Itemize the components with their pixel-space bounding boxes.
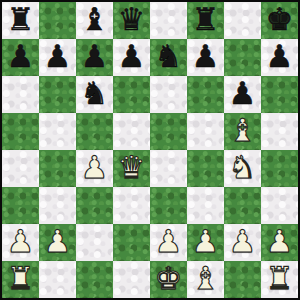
square-d3[interactable]: [113, 187, 150, 224]
square-a2[interactable]: ♟: [2, 224, 39, 261]
square-g8[interactable]: [224, 2, 261, 39]
square-a6[interactable]: [2, 76, 39, 113]
white-rook[interactable]: ♜: [266, 263, 294, 294]
square-f1[interactable]: ♝: [187, 261, 224, 298]
square-f6[interactable]: [187, 76, 224, 113]
square-d7[interactable]: ♟: [113, 39, 150, 76]
square-f3[interactable]: [187, 187, 224, 224]
square-b2[interactable]: ♟: [39, 224, 76, 261]
square-h4[interactable]: [261, 150, 298, 187]
white-pawn[interactable]: ♟: [81, 152, 109, 183]
square-b1[interactable]: [39, 261, 76, 298]
square-g4[interactable]: ♞: [224, 150, 261, 187]
black-pawn[interactable]: ♟: [266, 41, 294, 72]
square-g7[interactable]: [224, 39, 261, 76]
square-h8[interactable]: ♚: [261, 2, 298, 39]
square-g3[interactable]: [224, 187, 261, 224]
square-g2[interactable]: ♟: [224, 224, 261, 261]
square-d5[interactable]: [113, 113, 150, 150]
square-b4[interactable]: [39, 150, 76, 187]
square-a3[interactable]: [2, 187, 39, 224]
square-a4[interactable]: [2, 150, 39, 187]
white-queen[interactable]: ♛: [118, 152, 146, 183]
square-g1[interactable]: [224, 261, 261, 298]
black-pawn[interactable]: ♟: [192, 41, 220, 72]
square-c3[interactable]: [76, 187, 113, 224]
square-h7[interactable]: ♟: [261, 39, 298, 76]
black-pawn[interactable]: ♟: [118, 41, 146, 72]
white-pawn[interactable]: ♟: [7, 226, 35, 257]
white-pawn[interactable]: ♟: [44, 226, 72, 257]
black-king[interactable]: ♚: [266, 4, 294, 35]
white-pawn[interactable]: ♟: [229, 226, 257, 257]
black-knight[interactable]: ♞: [155, 41, 183, 72]
square-h1[interactable]: ♜: [261, 261, 298, 298]
black-pawn[interactable]: ♟: [44, 41, 72, 72]
square-h3[interactable]: [261, 187, 298, 224]
square-e4[interactable]: [150, 150, 187, 187]
square-e8[interactable]: [150, 2, 187, 39]
square-c8[interactable]: ♝: [76, 2, 113, 39]
square-c1[interactable]: [76, 261, 113, 298]
square-b7[interactable]: ♟: [39, 39, 76, 76]
square-e3[interactable]: [150, 187, 187, 224]
square-a5[interactable]: [2, 113, 39, 150]
white-knight[interactable]: ♞: [229, 152, 257, 183]
square-f7[interactable]: ♟: [187, 39, 224, 76]
square-e5[interactable]: [150, 113, 187, 150]
square-e6[interactable]: [150, 76, 187, 113]
square-c7[interactable]: ♟: [76, 39, 113, 76]
square-d6[interactable]: [113, 76, 150, 113]
square-e2[interactable]: ♟: [150, 224, 187, 261]
square-g5[interactable]: ♝: [224, 113, 261, 150]
square-g6[interactable]: ♟: [224, 76, 261, 113]
black-queen[interactable]: ♛: [118, 4, 146, 35]
chessboard-window: ♜♝♛♜♚♟♟♟♟♞♟♟♞♟♝♟♛♞♟♟♟♟♟♟♜♚♝♜: [0, 0, 300, 300]
square-c2[interactable]: [76, 224, 113, 261]
white-pawn[interactable]: ♟: [155, 226, 183, 257]
square-d1[interactable]: [113, 261, 150, 298]
square-c6[interactable]: ♞: [76, 76, 113, 113]
white-bishop[interactable]: ♝: [229, 115, 257, 146]
square-a8[interactable]: ♜: [2, 2, 39, 39]
black-rook[interactable]: ♜: [7, 4, 35, 35]
square-c4[interactable]: ♟: [76, 150, 113, 187]
black-pawn[interactable]: ♟: [7, 41, 35, 72]
white-pawn[interactable]: ♟: [192, 226, 220, 257]
black-pawn[interactable]: ♟: [229, 78, 257, 109]
square-a1[interactable]: ♜: [2, 261, 39, 298]
square-f5[interactable]: [187, 113, 224, 150]
chessboard: ♜♝♛♜♚♟♟♟♟♞♟♟♞♟♝♟♛♞♟♟♟♟♟♟♜♚♝♜: [0, 0, 300, 300]
square-b6[interactable]: [39, 76, 76, 113]
white-pawn[interactable]: ♟: [266, 226, 294, 257]
square-e1[interactable]: ♚: [150, 261, 187, 298]
black-bishop[interactable]: ♝: [81, 4, 109, 35]
square-f2[interactable]: ♟: [187, 224, 224, 261]
white-bishop[interactable]: ♝: [192, 263, 220, 294]
black-rook[interactable]: ♜: [192, 4, 220, 35]
square-b5[interactable]: [39, 113, 76, 150]
square-h6[interactable]: [261, 76, 298, 113]
square-f8[interactable]: ♜: [187, 2, 224, 39]
square-f4[interactable]: [187, 150, 224, 187]
square-b3[interactable]: [39, 187, 76, 224]
square-h5[interactable]: [261, 113, 298, 150]
white-rook[interactable]: ♜: [7, 263, 35, 294]
square-h2[interactable]: ♟: [261, 224, 298, 261]
square-a7[interactable]: ♟: [2, 39, 39, 76]
square-c5[interactable]: [76, 113, 113, 150]
square-e7[interactable]: ♞: [150, 39, 187, 76]
square-d2[interactable]: [113, 224, 150, 261]
square-d4[interactable]: ♛: [113, 150, 150, 187]
square-d8[interactable]: ♛: [113, 2, 150, 39]
square-b8[interactable]: [39, 2, 76, 39]
white-king[interactable]: ♚: [155, 263, 183, 294]
black-knight[interactable]: ♞: [81, 78, 109, 109]
black-pawn[interactable]: ♟: [81, 41, 109, 72]
